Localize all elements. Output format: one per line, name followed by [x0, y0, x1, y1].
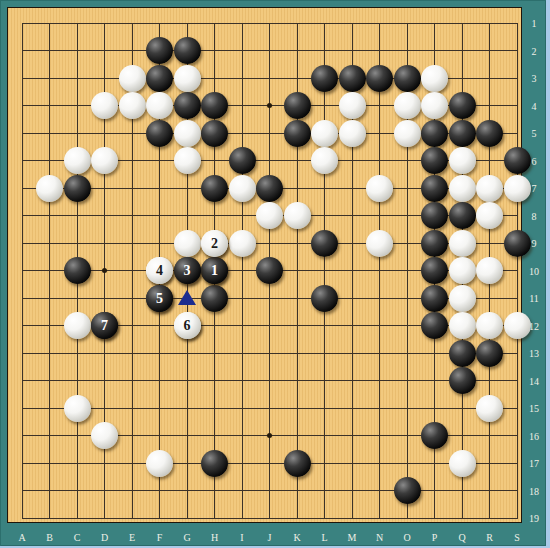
page-background: { "game": "go", "board": { "size": 19, "… [0, 0, 550, 548]
black-stone [504, 147, 531, 174]
row-label: 12 [529, 320, 539, 331]
black-stone [449, 120, 476, 147]
row-label: 15 [529, 403, 539, 414]
white-stone [394, 120, 421, 147]
column-label: E [129, 532, 135, 543]
black-stone [476, 340, 503, 367]
black-stone [449, 340, 476, 367]
grid-horizontal-line [22, 490, 518, 491]
black-stone [421, 147, 448, 174]
white-stone [256, 202, 283, 229]
white-stone [449, 312, 476, 339]
black-stone [256, 257, 283, 284]
black-stone [504, 230, 531, 257]
row-label: 13 [529, 348, 539, 359]
row-label: 14 [529, 375, 539, 386]
grid-vertical-line [517, 23, 518, 519]
star-point [267, 103, 272, 108]
black-stone [421, 257, 448, 284]
black-stone [394, 65, 421, 92]
numbered-black-stone: 1 [201, 257, 228, 284]
white-stone [394, 92, 421, 119]
black-stone [64, 175, 91, 202]
black-stone [449, 92, 476, 119]
numbered-white-stone: 6 [174, 312, 201, 339]
white-stone [421, 65, 448, 92]
row-label: 1 [532, 18, 537, 29]
black-stone [421, 202, 448, 229]
white-stone [366, 230, 393, 257]
row-label: 7 [532, 183, 537, 194]
white-stone [421, 92, 448, 119]
star-point [267, 433, 272, 438]
white-stone [229, 175, 256, 202]
white-stone [91, 422, 118, 449]
black-stone [394, 477, 421, 504]
white-stone [504, 175, 531, 202]
white-stone [64, 395, 91, 422]
black-stone [201, 175, 228, 202]
black-stone [256, 175, 283, 202]
column-label: J [268, 532, 272, 543]
numbered-black-stone: 7 [91, 312, 118, 339]
move-number-label: 6 [184, 318, 191, 333]
black-stone [366, 65, 393, 92]
black-stone [146, 37, 173, 64]
row-label: 2 [532, 45, 537, 56]
white-stone [339, 92, 366, 119]
row-label: 19 [529, 513, 539, 524]
row-label: 17 [529, 458, 539, 469]
row-label: 4 [532, 100, 537, 111]
column-label: O [403, 532, 410, 543]
numbered-white-stone: 4 [146, 257, 173, 284]
numbered-black-stone: 3 [174, 257, 201, 284]
white-stone [449, 230, 476, 257]
column-label: Q [458, 532, 465, 543]
black-stone [201, 120, 228, 147]
white-stone [449, 450, 476, 477]
white-stone [311, 147, 338, 174]
white-stone [229, 230, 256, 257]
black-stone [311, 230, 338, 257]
row-label: 8 [532, 210, 537, 221]
row-label: 10 [529, 265, 539, 276]
white-stone [119, 92, 146, 119]
white-stone [146, 450, 173, 477]
column-label: D [101, 532, 108, 543]
numbered-white-stone: 2 [201, 230, 228, 257]
black-stone [421, 422, 448, 449]
grid-horizontal-line [22, 353, 518, 354]
numbered-black-stone: 5 [146, 285, 173, 312]
white-stone [476, 202, 503, 229]
black-stone [421, 230, 448, 257]
black-stone [284, 450, 311, 477]
white-stone [146, 92, 173, 119]
black-stone [146, 65, 173, 92]
star-point [102, 268, 107, 273]
column-label: L [321, 532, 327, 543]
white-stone [36, 175, 63, 202]
column-label: K [293, 532, 300, 543]
column-label: A [18, 532, 25, 543]
black-stone [284, 120, 311, 147]
move-number-label: 7 [101, 318, 108, 333]
row-label: 18 [529, 485, 539, 496]
black-stone [339, 65, 366, 92]
black-stone [421, 175, 448, 202]
row-label: 6 [532, 155, 537, 166]
white-stone [476, 257, 503, 284]
black-stone [449, 367, 476, 394]
row-label: 9 [532, 238, 537, 249]
column-label: B [46, 532, 53, 543]
white-stone [174, 230, 201, 257]
move-number-label: 3 [184, 263, 191, 278]
white-stone [476, 175, 503, 202]
board-frame: 1234567ABCDEFGHIJKLMNOPQRS12345678910111… [0, 0, 546, 546]
grid-horizontal-line [22, 463, 518, 464]
column-label: S [514, 532, 520, 543]
column-label: F [157, 532, 163, 543]
column-label: G [183, 532, 190, 543]
white-stone [64, 147, 91, 174]
white-stone [449, 257, 476, 284]
black-stone [64, 257, 91, 284]
black-stone [229, 147, 256, 174]
white-stone [311, 120, 338, 147]
white-stone [91, 147, 118, 174]
black-stone [449, 202, 476, 229]
column-label: I [240, 532, 243, 543]
black-stone [174, 92, 201, 119]
move-number-label: 5 [156, 291, 163, 306]
white-stone [339, 120, 366, 147]
white-stone [504, 312, 531, 339]
black-stone [284, 92, 311, 119]
row-label: 5 [532, 128, 537, 139]
grid-horizontal-line [22, 518, 518, 519]
white-stone [119, 65, 146, 92]
black-stone [476, 120, 503, 147]
white-stone [449, 285, 476, 312]
grid-vertical-line [324, 23, 325, 519]
white-stone [64, 312, 91, 339]
triangle-marker [178, 290, 196, 305]
white-stone [174, 65, 201, 92]
white-stone [284, 202, 311, 229]
column-label: M [348, 532, 357, 543]
column-label: P [432, 532, 438, 543]
white-stone [174, 147, 201, 174]
grid-horizontal-line [22, 408, 518, 409]
black-stone [146, 120, 173, 147]
black-stone [201, 285, 228, 312]
white-stone [91, 92, 118, 119]
row-label: 11 [529, 293, 539, 304]
move-number-label: 4 [156, 263, 163, 278]
black-stone [201, 450, 228, 477]
row-label: 3 [532, 73, 537, 84]
white-stone [449, 147, 476, 174]
black-stone [421, 312, 448, 339]
black-stone [201, 92, 228, 119]
grid-vertical-line [379, 23, 380, 519]
black-stone [421, 285, 448, 312]
grid-horizontal-line [22, 380, 518, 381]
black-stone [174, 37, 201, 64]
column-label: N [376, 532, 383, 543]
white-stone [476, 312, 503, 339]
column-label: C [74, 532, 81, 543]
white-stone [174, 120, 201, 147]
move-number-label: 2 [211, 236, 218, 251]
row-label: 16 [529, 430, 539, 441]
black-stone [311, 285, 338, 312]
white-stone [476, 395, 503, 422]
black-stone [311, 65, 338, 92]
white-stone [366, 175, 393, 202]
column-label: H [211, 532, 218, 543]
move-number-label: 1 [211, 263, 218, 278]
white-stone [449, 175, 476, 202]
black-stone [421, 120, 448, 147]
column-label: R [486, 532, 493, 543]
